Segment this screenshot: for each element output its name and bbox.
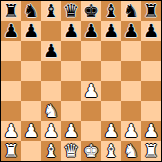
piece-black-bishop[interactable]: ♝ — [103, 1, 119, 21]
piece-black-queen[interactable]: ♛ — [63, 1, 79, 21]
piece-white-bishop[interactable]: ♝ — [43, 141, 59, 161]
square-g7[interactable]: ♟ — [121, 21, 141, 41]
square-f3[interactable] — [101, 101, 121, 121]
square-c1[interactable]: ♝ — [41, 141, 61, 161]
piece-black-bishop[interactable]: ♝ — [43, 1, 59, 21]
square-h8[interactable]: ♜ — [141, 1, 161, 21]
piece-black-pawn[interactable]: ♟ — [143, 21, 159, 41]
square-e6[interactable] — [81, 41, 101, 61]
chess-board: ♜♞♝♛♚♝♞♜♟♟♟♟♟♟♟♟♟♞♟♟♟♟♟♟♟♜♝♛♚♝♞♜ — [0, 0, 162, 162]
square-f5[interactable] — [101, 61, 121, 81]
square-e1[interactable]: ♚ — [81, 141, 101, 161]
square-a1[interactable]: ♜ — [1, 141, 21, 161]
piece-black-knight[interactable]: ♞ — [123, 1, 139, 21]
square-h7[interactable]: ♟ — [141, 21, 161, 41]
square-e7[interactable]: ♟ — [81, 21, 101, 41]
square-b7[interactable]: ♟ — [21, 21, 41, 41]
square-g8[interactable]: ♞ — [121, 1, 141, 21]
piece-white-pawn[interactable]: ♟ — [63, 121, 79, 141]
piece-white-bishop[interactable]: ♝ — [103, 141, 119, 161]
square-b3[interactable] — [21, 101, 41, 121]
piece-white-pawn[interactable]: ♟ — [123, 121, 139, 141]
square-h6[interactable] — [141, 41, 161, 61]
piece-white-queen[interactable]: ♛ — [63, 141, 79, 161]
piece-black-rook[interactable]: ♜ — [143, 1, 159, 21]
piece-white-pawn[interactable]: ♟ — [83, 81, 99, 101]
square-b2[interactable]: ♟ — [21, 121, 41, 141]
square-g1[interactable]: ♞ — [121, 141, 141, 161]
square-d1[interactable]: ♛ — [61, 141, 81, 161]
square-h3[interactable] — [141, 101, 161, 121]
square-h5[interactable] — [141, 61, 161, 81]
square-d6[interactable] — [61, 41, 81, 61]
square-a7[interactable]: ♟ — [1, 21, 21, 41]
square-f8[interactable]: ♝ — [101, 1, 121, 21]
square-d7[interactable]: ♟ — [61, 21, 81, 41]
square-g3[interactable] — [121, 101, 141, 121]
square-g6[interactable] — [121, 41, 141, 61]
square-c3[interactable]: ♞ — [41, 101, 61, 121]
piece-black-pawn[interactable]: ♟ — [3, 21, 19, 41]
piece-black-pawn[interactable]: ♟ — [23, 21, 39, 41]
square-d2[interactable]: ♟ — [61, 121, 81, 141]
square-h4[interactable] — [141, 81, 161, 101]
square-c2[interactable]: ♟ — [41, 121, 61, 141]
square-e4[interactable]: ♟ — [81, 81, 101, 101]
square-e2[interactable] — [81, 121, 101, 141]
square-e3[interactable] — [81, 101, 101, 121]
square-a8[interactable]: ♜ — [1, 1, 21, 21]
square-c7[interactable] — [41, 21, 61, 41]
piece-white-pawn[interactable]: ♟ — [3, 121, 19, 141]
square-f6[interactable] — [101, 41, 121, 61]
square-a3[interactable] — [1, 101, 21, 121]
square-e8[interactable]: ♚ — [81, 1, 101, 21]
square-a6[interactable] — [1, 41, 21, 61]
square-d8[interactable]: ♛ — [61, 1, 81, 21]
square-b1[interactable] — [21, 141, 41, 161]
piece-black-pawn[interactable]: ♟ — [103, 21, 119, 41]
piece-white-pawn[interactable]: ♟ — [143, 121, 159, 141]
piece-white-king[interactable]: ♚ — [83, 141, 99, 161]
square-d3[interactable] — [61, 101, 81, 121]
square-c5[interactable] — [41, 61, 61, 81]
square-c4[interactable] — [41, 81, 61, 101]
square-a2[interactable]: ♟ — [1, 121, 21, 141]
square-d4[interactable] — [61, 81, 81, 101]
square-b6[interactable] — [21, 41, 41, 61]
square-g5[interactable] — [121, 61, 141, 81]
piece-white-pawn[interactable]: ♟ — [23, 121, 39, 141]
piece-white-knight[interactable]: ♞ — [123, 141, 139, 161]
piece-white-pawn[interactable]: ♟ — [103, 121, 119, 141]
piece-black-pawn[interactable]: ♟ — [63, 21, 79, 41]
piece-white-knight[interactable]: ♞ — [43, 101, 59, 121]
square-f1[interactable]: ♝ — [101, 141, 121, 161]
piece-black-knight[interactable]: ♞ — [23, 1, 39, 21]
piece-white-rook[interactable]: ♜ — [143, 141, 159, 161]
square-e5[interactable] — [81, 61, 101, 81]
square-b4[interactable] — [21, 81, 41, 101]
square-f4[interactable] — [101, 81, 121, 101]
piece-white-pawn[interactable]: ♟ — [43, 121, 59, 141]
square-g2[interactable]: ♟ — [121, 121, 141, 141]
piece-black-pawn[interactable]: ♟ — [123, 21, 139, 41]
square-g4[interactable] — [121, 81, 141, 101]
piece-black-rook[interactable]: ♜ — [3, 1, 19, 21]
square-c6[interactable]: ♟ — [41, 41, 61, 61]
square-f7[interactable]: ♟ — [101, 21, 121, 41]
piece-white-rook[interactable]: ♜ — [3, 141, 19, 161]
piece-black-pawn[interactable]: ♟ — [83, 21, 99, 41]
piece-black-pawn[interactable]: ♟ — [43, 41, 59, 61]
square-h2[interactable]: ♟ — [141, 121, 161, 141]
square-b8[interactable]: ♞ — [21, 1, 41, 21]
square-b5[interactable] — [21, 61, 41, 81]
square-d5[interactable] — [61, 61, 81, 81]
square-a4[interactable] — [1, 81, 21, 101]
piece-black-king[interactable]: ♚ — [83, 1, 99, 21]
square-h1[interactable]: ♜ — [141, 141, 161, 161]
square-c8[interactable]: ♝ — [41, 1, 61, 21]
square-a5[interactable] — [1, 61, 21, 81]
square-f2[interactable]: ♟ — [101, 121, 121, 141]
